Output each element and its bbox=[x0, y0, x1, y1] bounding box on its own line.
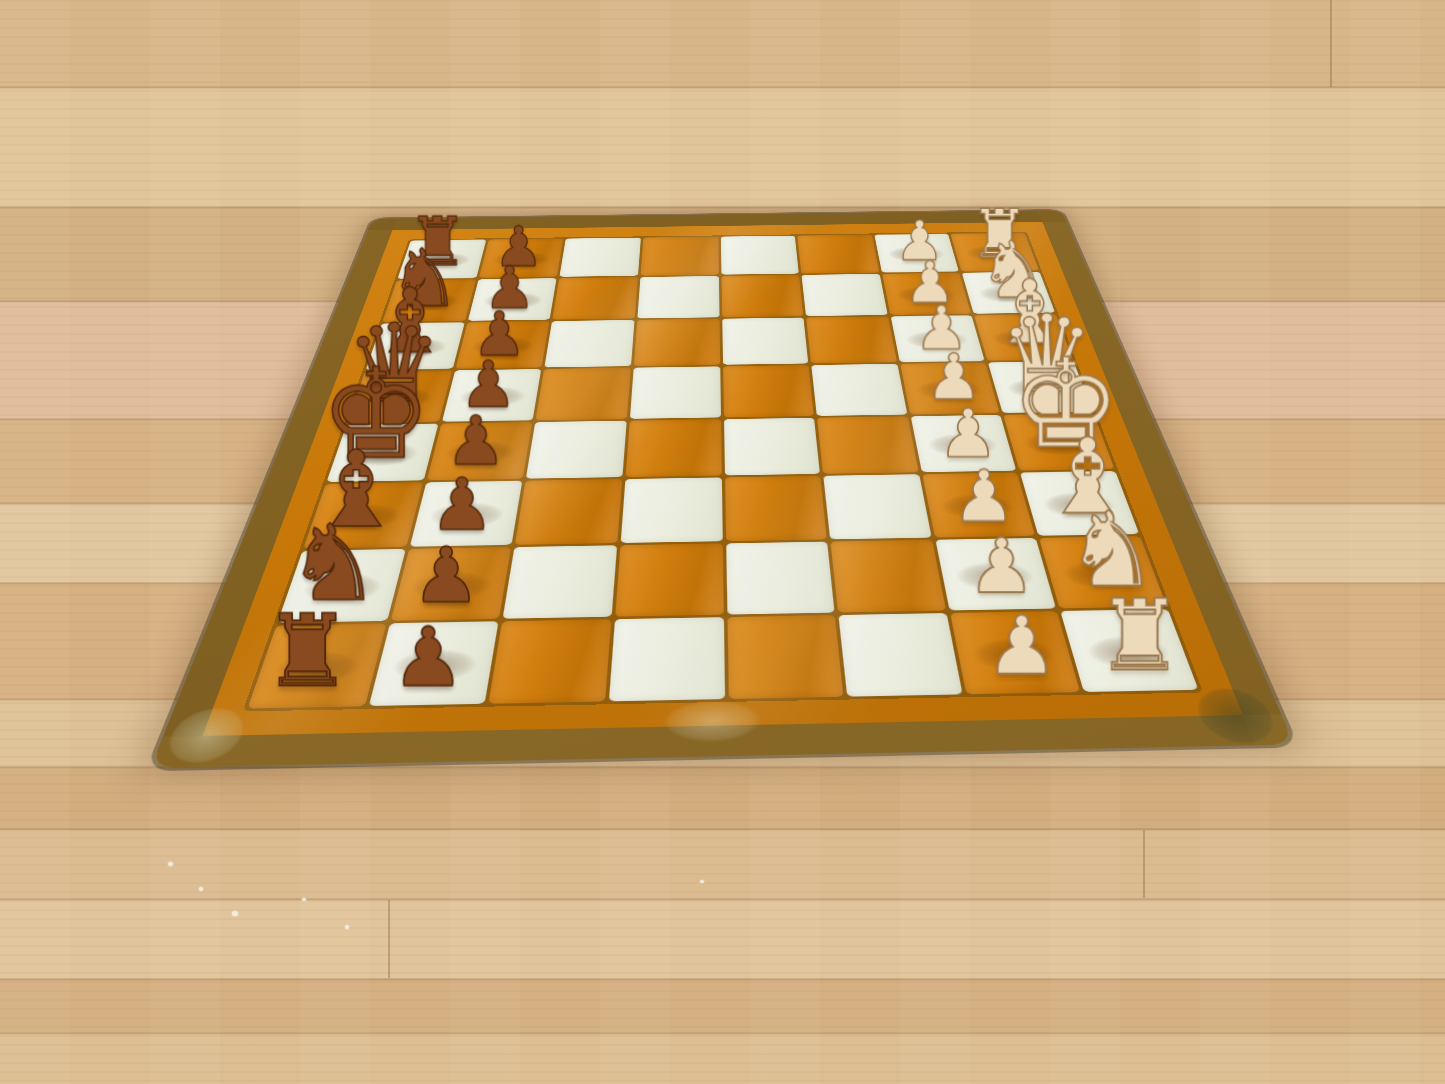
square[interactable] bbox=[817, 416, 918, 474]
square[interactable] bbox=[630, 366, 721, 418]
square[interactable] bbox=[615, 543, 723, 617]
square[interactable] bbox=[839, 613, 963, 696]
square[interactable] bbox=[831, 540, 946, 613]
square[interactable]: ♟ bbox=[368, 622, 498, 706]
felt-pad-near-center bbox=[664, 699, 761, 743]
square[interactable] bbox=[724, 417, 821, 475]
square[interactable] bbox=[802, 274, 888, 317]
piece-bR[interactable]: ♜ bbox=[264, 601, 353, 701]
perspective-scene: ♜♟♟♜♞♟♟♞♝♟♟♝♛♟♟♛♚♟♟♚♝♟♟♝♞♟♟♞♜♟♟♜ bbox=[0, 0, 1445, 1084]
square[interactable] bbox=[625, 419, 721, 477]
square[interactable] bbox=[725, 476, 827, 541]
square[interactable] bbox=[526, 420, 627, 478]
piece-wP[interactable]: ♟ bbox=[952, 460, 1016, 531]
square[interactable] bbox=[723, 365, 814, 417]
square[interactable] bbox=[560, 238, 641, 277]
photo-scene: ♜♟♟♜♞♟♟♞♝♟♟♝♛♟♟♛♚♟♟♚♝♟♟♝♞♟♟♞♜♟♟♜ bbox=[0, 0, 1445, 1084]
square[interactable]: ♟ bbox=[950, 611, 1081, 694]
piece-bP[interactable]: ♟ bbox=[430, 469, 494, 541]
square[interactable] bbox=[806, 317, 897, 364]
square[interactable] bbox=[811, 364, 907, 416]
piece-wP[interactable]: ♟ bbox=[968, 528, 1036, 604]
square[interactable]: ♜ bbox=[1061, 609, 1199, 692]
square[interactable] bbox=[503, 545, 617, 619]
square[interactable] bbox=[720, 236, 798, 275]
square[interactable] bbox=[545, 320, 635, 367]
square[interactable] bbox=[621, 478, 723, 543]
square[interactable] bbox=[640, 237, 718, 276]
square[interactable] bbox=[553, 277, 638, 320]
square[interactable] bbox=[634, 319, 720, 366]
felt-pad-near-right bbox=[1189, 688, 1283, 745]
board-grid: ♜♟♟♜♞♟♟♞♝♟♟♝♛♟♟♛♚♟♟♚♝♟♟♝♞♟♟♞♜♟♟♜ bbox=[243, 231, 1204, 711]
square[interactable] bbox=[536, 368, 631, 420]
piece-bP[interactable]: ♟ bbox=[392, 616, 465, 698]
chess-board: ♜♟♟♜♞♟♟♞♝♟♟♝♛♟♟♛♚♟♟♚♝♟♟♝♞♟♟♞♜♟♟♜ bbox=[150, 210, 1294, 768]
piece-wP[interactable]: ♟ bbox=[986, 606, 1058, 687]
felt-pad-near-left bbox=[160, 707, 252, 763]
square[interactable] bbox=[609, 617, 725, 701]
square[interactable] bbox=[797, 235, 879, 274]
piece-wR[interactable]: ♜ bbox=[1095, 586, 1183, 684]
square[interactable] bbox=[489, 620, 611, 704]
square[interactable] bbox=[726, 541, 835, 614]
piece-bP[interactable]: ♟ bbox=[412, 538, 480, 614]
square[interactable]: ♜ bbox=[247, 624, 385, 709]
square[interactable] bbox=[727, 615, 844, 699]
square[interactable] bbox=[515, 479, 622, 544]
square[interactable] bbox=[721, 275, 803, 318]
square[interactable] bbox=[637, 276, 719, 319]
square[interactable] bbox=[722, 318, 809, 365]
square[interactable] bbox=[823, 474, 931, 539]
